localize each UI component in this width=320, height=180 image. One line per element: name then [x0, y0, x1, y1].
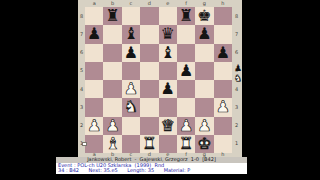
square-b5 [103, 62, 121, 80]
rank-label-6: 6 [232, 44, 241, 62]
square-e4: ♟ [159, 80, 177, 98]
black-rook-piece: ♜ [179, 8, 193, 24]
white-knight-icon: ♞ [234, 74, 242, 83]
white-rook-piece: ♜ [142, 135, 156, 151]
rank-label-1: 1 [232, 135, 241, 153]
rank-label-6: 6 [78, 44, 85, 62]
black-pawn-piece: ♟ [197, 26, 211, 42]
white-pawn-piece: ♟ [179, 117, 193, 133]
white-pawn-piece: ♟ [105, 117, 119, 133]
white-pawn-piece: ♟ [197, 117, 211, 133]
square-c2 [122, 117, 140, 135]
white-pawn-piece: ♟ [216, 99, 230, 115]
square-b6 [103, 44, 121, 62]
square-h7 [214, 25, 232, 43]
white-rook-piece: ♜ [179, 135, 193, 151]
square-d5 [140, 62, 158, 80]
rank-label-5: 5 [78, 62, 85, 80]
square-h4 [214, 80, 232, 98]
white-king-piece: ♚ [197, 135, 211, 151]
square-g4 [195, 80, 213, 98]
square-h3: ♟ [214, 98, 232, 116]
rank-label-2: 2 [78, 117, 85, 135]
black-pawn-piece: ♟ [216, 44, 230, 60]
square-a2: ♟ [85, 117, 103, 135]
square-e2: ♛ [159, 117, 177, 135]
square-g5 [195, 62, 213, 80]
black-pawn-piece: ♟ [124, 44, 138, 60]
rank-label-8: 8 [78, 7, 85, 25]
rank-label-7: 7 [232, 25, 241, 43]
square-c6: ♟ [122, 44, 140, 62]
white-pawn-piece: ♟ [87, 117, 101, 133]
chess-board: ♜♜♚♟♝♛♟♟♝♟♟♟♟♞♟♟♟♛♟♟♝♜♜♚ [85, 7, 232, 153]
square-a8 [85, 7, 103, 25]
square-c5 [122, 62, 140, 80]
square-f7 [177, 25, 195, 43]
square-b7 [103, 25, 121, 43]
square-g3 [195, 98, 213, 116]
rank-label-4: 4 [78, 80, 85, 98]
black-pawn-icon: ♟ [234, 64, 242, 73]
info-line: 34 : B42 Next: 35.e5 Length: 35 Material… [56, 168, 247, 173]
black-queen-piece: ♛ [161, 26, 175, 42]
square-b4 [103, 80, 121, 98]
square-b8: ♜ [103, 7, 121, 25]
black-bishop-piece: ♝ [124, 26, 138, 42]
square-a4 [85, 80, 103, 98]
square-f5: ♟ [177, 62, 195, 80]
square-f2: ♟ [177, 117, 195, 135]
square-e5 [159, 62, 177, 80]
black-bishop-piece: ♝ [161, 44, 175, 60]
white-pawn-piece: ♟ [124, 81, 138, 97]
square-d7 [140, 25, 158, 43]
rank-label-3: 3 [232, 98, 241, 116]
square-a5 [85, 62, 103, 80]
square-b3 [103, 98, 121, 116]
square-f8: ♜ [177, 7, 195, 25]
square-c7: ♝ [122, 25, 140, 43]
square-a7: ♟ [85, 25, 103, 43]
square-e6: ♝ [159, 44, 177, 62]
square-f6 [177, 44, 195, 62]
material-tray: ♟♞ [234, 64, 243, 83]
square-a3 [85, 98, 103, 116]
square-c3: ♞ [122, 98, 140, 116]
square-a6 [85, 44, 103, 62]
rank-label-8: 8 [232, 7, 241, 25]
rank-label-3: 3 [78, 98, 85, 116]
square-e8 [159, 7, 177, 25]
square-g8: ♚ [195, 7, 213, 25]
square-f3 [177, 98, 195, 116]
square-e3 [159, 98, 177, 116]
square-g7: ♟ [195, 25, 213, 43]
square-f4 [177, 80, 195, 98]
square-d3 [140, 98, 158, 116]
caption-panel: Jankowski, Robert - Gajewski, Grzegorz 1… [56, 157, 247, 174]
rank-labels-left: 87654321 [78, 7, 85, 153]
square-d4 [140, 80, 158, 98]
square-c4: ♟ [122, 80, 140, 98]
square-h5 [214, 62, 232, 80]
file-label-c: c [122, 1, 140, 7]
white-to-move-indicator [82, 142, 87, 146]
file-label-a: a [85, 1, 103, 7]
square-h8 [214, 7, 232, 25]
board-frame: abcdefgh ♜♜♚♟♝♛♟♟♝♟♟♟♟♞♟♟♟♛♟♟♝♜♜♚ 876543… [78, 0, 242, 157]
rank-label-2: 2 [232, 117, 241, 135]
square-e7: ♛ [159, 25, 177, 43]
white-knight-piece: ♞ [124, 99, 138, 115]
file-label-e: e [159, 1, 177, 7]
black-pawn-piece: ♟ [179, 62, 193, 78]
file-label-h: h [214, 1, 232, 7]
square-d6 [140, 44, 158, 62]
square-h2 [214, 117, 232, 135]
square-g2: ♟ [195, 117, 213, 135]
black-pawn-piece: ♟ [161, 81, 175, 97]
rank-label-7: 7 [78, 25, 85, 43]
video-frame: abcdefgh ♜♜♚♟♝♛♟♟♝♟♟♟♟♞♟♟♟♛♟♟♝♜♜♚ 876543… [0, 0, 320, 180]
file-label-d: d [140, 1, 158, 7]
square-d2 [140, 117, 158, 135]
square-h6: ♟ [214, 44, 232, 62]
black-pawn-piece: ♟ [87, 26, 101, 42]
square-b2: ♟ [103, 117, 121, 135]
white-queen-piece: ♛ [161, 117, 175, 133]
square-g6 [195, 44, 213, 62]
black-king-piece: ♚ [197, 8, 211, 24]
white-bishop-piece: ♝ [105, 135, 119, 151]
square-d8 [140, 7, 158, 25]
black-rook-piece: ♜ [105, 8, 119, 24]
square-c8 [122, 7, 140, 25]
